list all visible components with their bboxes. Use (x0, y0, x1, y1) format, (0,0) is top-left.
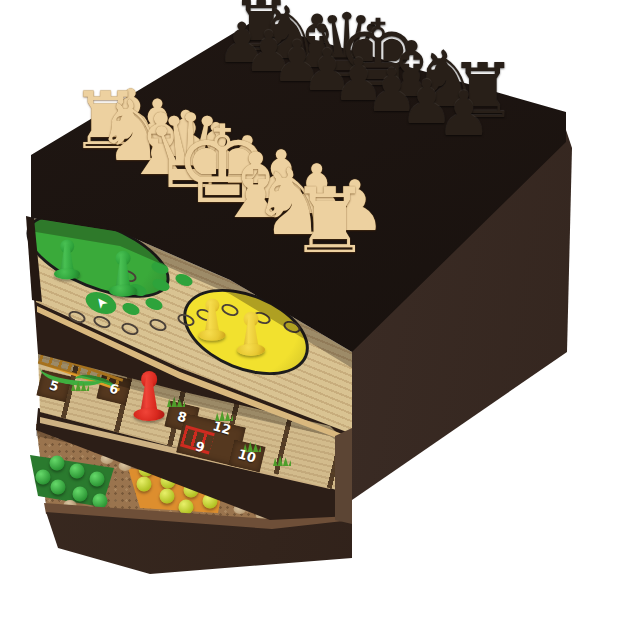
black-pawn-piece[interactable]: ♟ (436, 83, 491, 144)
white-rook-piece[interactable]: ♜ (290, 176, 371, 266)
product-photo-board-game-compendium: 56891210 ➤ ♜♞♟♝♟♛♟♚♟♝♟♞♟♜♟♟♟♟♜♟♞♟♝♟♛♟♚♟♝… (0, 0, 620, 620)
